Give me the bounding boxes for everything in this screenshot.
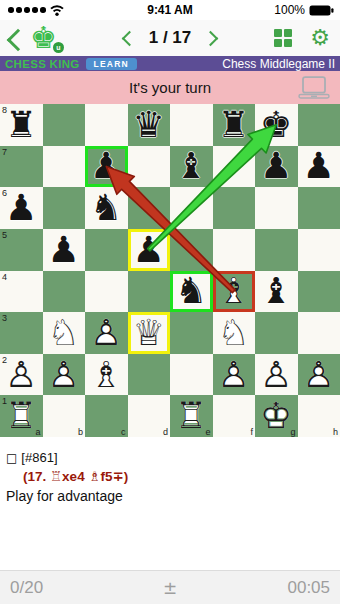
square-b1[interactable]: b [43, 395, 86, 437]
square-e4[interactable]: ♞ [170, 271, 213, 313]
square-e1[interactable]: e♜♖ [170, 395, 213, 437]
black-rook-a8: ♜ [0, 104, 43, 146]
chess-board: 8♜♛♜♚7♟♝♟♟6♟♞5♟♟4♞♝♗♝3♞♘♟♙♛♕♞♘2♟♙♟♙♝♗♟♙♟… [0, 104, 340, 437]
square-h8[interactable] [298, 104, 340, 146]
white-king-g1: ♚♔ [255, 395, 298, 437]
white-pawn-b2: ♟♙ [43, 354, 86, 396]
square-f8[interactable]: ♜ [213, 104, 256, 146]
square-a1[interactable]: 1a♜♖ [0, 395, 43, 437]
square-d8[interactable]: ♛ [128, 104, 171, 146]
square-a7[interactable]: 7 [0, 146, 43, 188]
square-a6[interactable]: 6♟ [0, 187, 43, 229]
status-bar: 9:41 AM 100% [0, 0, 340, 20]
file-label-c: c [121, 427, 126, 437]
puzzle-id: [#861] [21, 450, 57, 465]
white-bishop-c2: ♝♗ [85, 354, 128, 396]
square-g2[interactable]: ♟♙ [255, 354, 298, 396]
square-f5[interactable] [213, 229, 256, 271]
square-b7[interactable] [43, 146, 86, 188]
square-e6[interactable] [170, 187, 213, 229]
square-h1[interactable]: h [298, 395, 340, 437]
battery-icon [309, 5, 334, 16]
learn-badge: LEARN [86, 58, 137, 70]
square-f7[interactable] [213, 146, 256, 188]
square-g8[interactable]: ♚ [255, 104, 298, 146]
square-d3[interactable]: ♛♕ [128, 312, 171, 354]
rank-label-5: 5 [2, 230, 7, 240]
square-h7[interactable]: ♟ [298, 146, 340, 188]
square-c5[interactable] [85, 229, 128, 271]
square-c8[interactable] [85, 104, 128, 146]
square-b6[interactable] [43, 187, 86, 229]
square-a5[interactable]: 5 [0, 229, 43, 271]
black-bishop-e7: ♝ [170, 146, 213, 188]
black-knight-e4: ♞ [170, 271, 213, 313]
square-d1[interactable]: d [128, 395, 171, 437]
black-pawn-d5: ♟ [128, 229, 171, 271]
square-h3[interactable] [298, 312, 340, 354]
score-counter: 0/20 [10, 578, 117, 598]
square-c6[interactable]: ♞ [85, 187, 128, 229]
square-g5[interactable] [255, 229, 298, 271]
puzzle-counter: 1 / 17 [149, 28, 192, 48]
square-f6[interactable] [213, 187, 256, 229]
square-e8[interactable] [170, 104, 213, 146]
black-pawn-g7: ♟ [255, 146, 298, 188]
square-f3[interactable]: ♞♘ [213, 312, 256, 354]
square-c1[interactable]: c [85, 395, 128, 437]
prev-puzzle-chevron-icon[interactable] [121, 30, 137, 46]
square-b4[interactable] [43, 271, 86, 313]
square-b2[interactable]: ♟♙ [43, 354, 86, 396]
square-e3[interactable] [170, 312, 213, 354]
nav-bar: ♚ u 1 / 17 ⚙ [0, 20, 340, 56]
black-pawn-h7: ♟ [298, 146, 340, 188]
rank-label-3: 3 [2, 313, 7, 323]
white-pawn-h2: ♟♙ [298, 354, 340, 396]
course-title: Chess Middlegame II [222, 57, 335, 71]
white-to-move-icon: □ [6, 451, 17, 465]
file-label-f: f [250, 427, 253, 437]
white-pawn-g2: ♟♙ [255, 354, 298, 396]
file-label-d: d [163, 427, 168, 437]
square-g6[interactable] [255, 187, 298, 229]
brand-name: CHESS KING [5, 58, 80, 70]
square-b5[interactable]: ♟ [43, 229, 86, 271]
white-knight-f3: ♞♘ [213, 312, 256, 354]
black-pawn-c7: ♟ [85, 146, 128, 188]
black-rook-f8: ♜ [213, 104, 256, 146]
square-g7[interactable]: ♟ [255, 146, 298, 188]
white-pawn-c3: ♟♙ [85, 312, 128, 354]
rank-label-7: 7 [2, 147, 7, 157]
black-pawn-b5: ♟ [43, 229, 86, 271]
black-pawn-a6: ♟ [0, 187, 43, 229]
file-label-b: b [78, 427, 83, 437]
next-puzzle-chevron-icon[interactable] [203, 30, 219, 46]
square-a4[interactable]: 4 [0, 271, 43, 313]
battery-percent: 100% [274, 3, 305, 17]
square-d6[interactable] [128, 187, 171, 229]
square-c7[interactable]: ♟ [85, 146, 128, 188]
white-bishop-f4: ♝♗ [213, 271, 256, 313]
square-e5[interactable] [170, 229, 213, 271]
evaluation-symbol[interactable]: ± [117, 578, 224, 598]
square-a2[interactable]: 2♟♙ [0, 354, 43, 396]
square-h5[interactable] [298, 229, 340, 271]
annotation-panel: □[#861] (17. ♖xe4 ♗f5∓) Play for advanta… [0, 437, 340, 570]
square-c2[interactable]: ♝♗ [85, 354, 128, 396]
brand-bar: CHESS KING LEARN Chess Middlegame II [0, 56, 340, 71]
grid-menu-icon[interactable] [274, 29, 292, 47]
square-e7[interactable]: ♝ [170, 146, 213, 188]
variation-line: (17. ♖xe4 ♗f5∓) [23, 468, 340, 484]
white-knight-b3: ♞♘ [43, 312, 86, 354]
file-label-h: h [333, 427, 338, 437]
turn-banner-text: It's your turn [129, 79, 211, 96]
square-d2[interactable] [128, 354, 171, 396]
white-rook-a1: ♜♖ [0, 395, 43, 437]
square-d7[interactable] [128, 146, 171, 188]
black-king-g8: ♚ [255, 104, 298, 146]
square-c4[interactable] [85, 271, 128, 313]
square-b3[interactable]: ♞♘ [43, 312, 86, 354]
black-queen-d8: ♛ [128, 104, 171, 146]
square-d4[interactable] [128, 271, 171, 313]
gear-icon[interactable]: ⚙ [310, 27, 330, 49]
square-f4[interactable]: ♝♗ [213, 271, 256, 313]
square-g1[interactable]: g♚♔ [255, 395, 298, 437]
square-f2[interactable]: ♟♙ [213, 354, 256, 396]
square-h4[interactable] [298, 271, 340, 313]
square-b8[interactable] [43, 104, 86, 146]
turn-banner: It's your turn [0, 71, 340, 104]
black-bishop-g4: ♝ [255, 271, 298, 313]
black-knight-c6: ♞ [85, 187, 128, 229]
rank-label-4: 4 [2, 272, 7, 282]
square-a3[interactable]: 3 [0, 312, 43, 354]
app-screen: 9:41 AM 100% ♚ u 1 / 17 ⚙ CHESS KING LEA… [0, 0, 340, 604]
square-h2[interactable]: ♟♙ [298, 354, 340, 396]
square-d5[interactable]: ♟ [128, 229, 171, 271]
computer-icon [298, 76, 330, 100]
white-pawn-a2: ♟♙ [0, 354, 43, 396]
timer: 00:05 [223, 578, 330, 598]
square-f1[interactable]: f [213, 395, 256, 437]
white-rook-e1: ♜♖ [170, 395, 213, 437]
square-e2[interactable] [170, 354, 213, 396]
square-g3[interactable] [255, 312, 298, 354]
square-c3[interactable]: ♟♙ [85, 312, 128, 354]
white-queen-d3: ♛♕ [128, 312, 171, 354]
white-pawn-f2: ♟♙ [213, 354, 256, 396]
square-a8[interactable]: 8♜ [0, 104, 43, 146]
instruction-text: Play for advantage [6, 488, 340, 504]
square-h6[interactable] [298, 187, 340, 229]
footer-bar: 0/20 ± 00:05 [0, 570, 340, 604]
square-g4[interactable]: ♝ [255, 271, 298, 313]
